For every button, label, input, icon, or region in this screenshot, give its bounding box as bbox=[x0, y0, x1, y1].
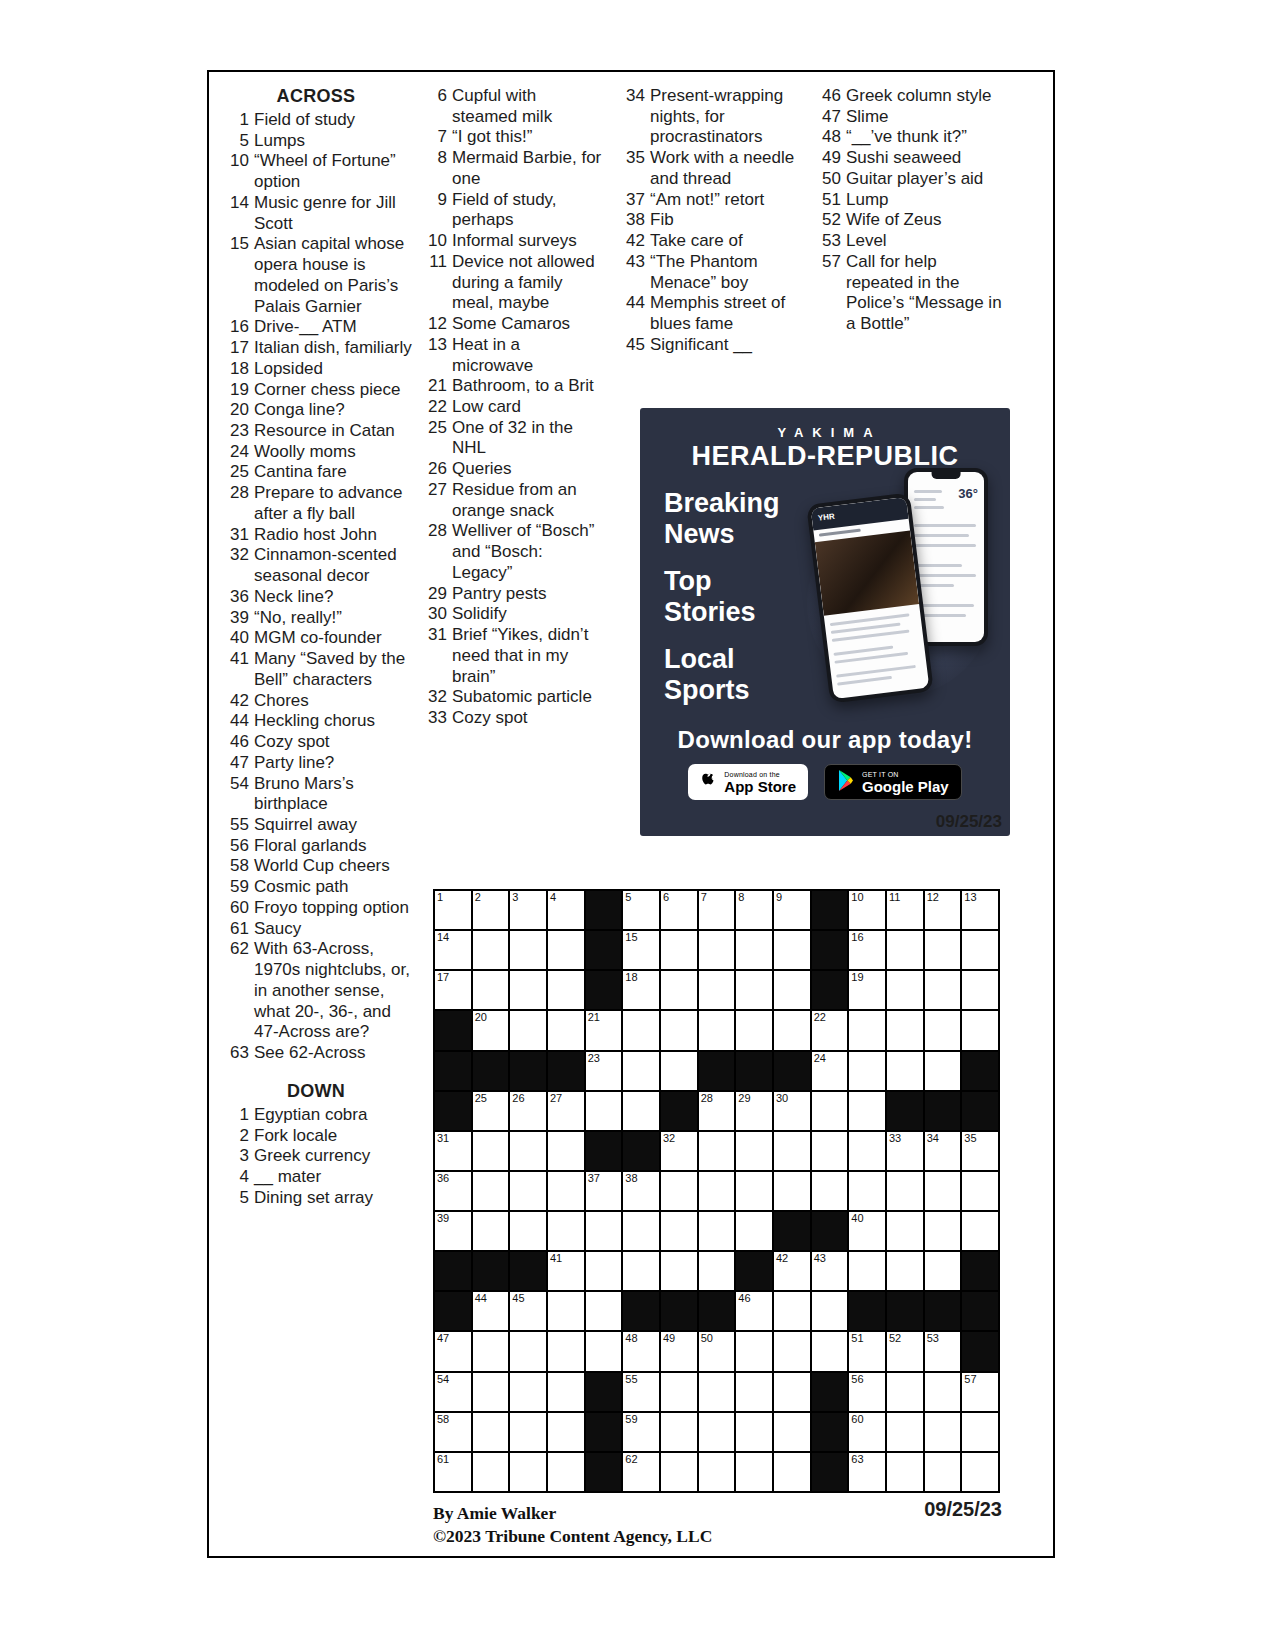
white-cell[interactable] bbox=[736, 1373, 772, 1411]
white-cell[interactable]: 40 bbox=[849, 1212, 885, 1250]
black-cell bbox=[699, 1052, 735, 1090]
white-cell[interactable] bbox=[548, 971, 584, 1009]
white-cell[interactable]: 19 bbox=[849, 971, 885, 1009]
white-cell[interactable] bbox=[736, 1212, 772, 1250]
clue-number: 29 bbox=[419, 584, 452, 605]
cell-number: 29 bbox=[738, 1092, 750, 1105]
black-cell bbox=[699, 1292, 735, 1330]
clue: 1Egyptian cobra bbox=[221, 1105, 417, 1126]
clue-text: Slime bbox=[846, 107, 1005, 128]
white-cell[interactable] bbox=[548, 1332, 584, 1370]
white-cell[interactable] bbox=[774, 1453, 810, 1491]
clue-number: 60 bbox=[221, 898, 254, 919]
clue-text: Memphis street of blues fame bbox=[650, 293, 809, 334]
white-cell[interactable]: 49 bbox=[661, 1332, 697, 1370]
white-cell[interactable] bbox=[699, 1011, 735, 1049]
clue-text: Sushi seaweed bbox=[846, 148, 1005, 169]
white-cell[interactable] bbox=[962, 1212, 998, 1250]
app-store-badge[interactable]: Download on the App Store bbox=[688, 764, 808, 800]
clue: 55Squirrel away bbox=[221, 815, 417, 836]
white-cell[interactable]: 48 bbox=[623, 1332, 659, 1370]
news-photo bbox=[815, 531, 919, 616]
cell-number: 49 bbox=[663, 1332, 675, 1345]
clue: 32Subatomic particle bbox=[419, 687, 605, 708]
white-cell[interactable] bbox=[774, 1413, 810, 1451]
white-cell[interactable] bbox=[623, 1252, 659, 1290]
clue: 50Guitar player’s aid bbox=[813, 169, 1005, 190]
clue: 45Significant __ bbox=[617, 335, 809, 356]
white-cell[interactable] bbox=[925, 1052, 961, 1090]
cell-number: 22 bbox=[814, 1011, 826, 1024]
clue-number: 47 bbox=[221, 753, 254, 774]
white-cell[interactable] bbox=[548, 1373, 584, 1411]
white-cell[interactable] bbox=[925, 1172, 961, 1210]
white-cell[interactable] bbox=[812, 1132, 848, 1170]
ad-feature-top-stories: Top Stories bbox=[664, 566, 794, 627]
white-cell[interactable] bbox=[736, 931, 772, 969]
clue-number: 19 bbox=[221, 380, 254, 401]
clue: 2Fork locale bbox=[221, 1126, 417, 1147]
white-cell[interactable]: 4 bbox=[548, 891, 584, 929]
white-cell[interactable] bbox=[473, 931, 509, 969]
white-cell[interactable] bbox=[887, 931, 923, 969]
app-advertisement: YAKIMA HERALD-REPUBLIC Breaking News Top… bbox=[640, 408, 1010, 836]
clue-text: Party line? bbox=[254, 753, 417, 774]
clue: 33Cozy spot bbox=[419, 708, 605, 729]
white-cell[interactable] bbox=[925, 1453, 961, 1491]
white-cell[interactable] bbox=[661, 931, 697, 969]
cell-number: 38 bbox=[625, 1172, 637, 1185]
white-cell[interactable] bbox=[586, 1292, 622, 1330]
white-cell[interactable] bbox=[510, 931, 546, 969]
white-cell[interactable]: 46 bbox=[736, 1292, 772, 1330]
white-cell[interactable]: 6 bbox=[661, 891, 697, 929]
cell-number: 2 bbox=[475, 891, 481, 904]
white-cell[interactable] bbox=[774, 971, 810, 1009]
cell-number: 15 bbox=[625, 931, 637, 944]
clue-text: Italian dish, familiarly bbox=[254, 338, 417, 359]
clue: 42Take care of bbox=[617, 231, 809, 252]
clue-number: 49 bbox=[813, 148, 846, 169]
clue-text: “I got this!” bbox=[452, 127, 605, 148]
white-cell[interactable] bbox=[812, 1172, 848, 1210]
white-cell[interactable]: 55 bbox=[623, 1373, 659, 1411]
white-cell[interactable] bbox=[699, 1413, 735, 1451]
clue-number: 61 bbox=[221, 919, 254, 940]
white-cell[interactable]: 59 bbox=[623, 1413, 659, 1451]
white-cell[interactable] bbox=[623, 1092, 659, 1130]
white-cell[interactable]: 42 bbox=[774, 1252, 810, 1290]
white-cell[interactable] bbox=[510, 1011, 546, 1049]
white-cell[interactable] bbox=[849, 1132, 885, 1170]
white-cell[interactable] bbox=[736, 1011, 772, 1049]
white-cell[interactable] bbox=[699, 971, 735, 1009]
clue-text: Some Camaros bbox=[452, 314, 605, 335]
white-cell[interactable] bbox=[699, 1172, 735, 1210]
clue-text: Saucy bbox=[254, 919, 417, 940]
white-cell[interactable] bbox=[699, 1373, 735, 1411]
black-cell bbox=[586, 931, 622, 969]
white-cell[interactable]: 8 bbox=[736, 891, 772, 929]
white-cell[interactable] bbox=[925, 1011, 961, 1049]
white-cell[interactable]: 53 bbox=[925, 1332, 961, 1370]
clue-number: 46 bbox=[813, 86, 846, 107]
white-cell[interactable]: 14 bbox=[435, 931, 471, 969]
cell-number: 31 bbox=[437, 1132, 449, 1145]
white-cell[interactable] bbox=[887, 971, 923, 1009]
clue-number: 33 bbox=[419, 708, 452, 729]
white-cell[interactable]: 31 bbox=[435, 1132, 471, 1170]
clue-text: See 62-Across bbox=[254, 1043, 417, 1064]
clue-number: 50 bbox=[813, 169, 846, 190]
white-cell[interactable] bbox=[548, 1172, 584, 1210]
clue-text: Heckling chorus bbox=[254, 711, 417, 732]
google-play-logo-icon bbox=[837, 770, 855, 795]
clue-text: Dining set array bbox=[254, 1188, 417, 1209]
white-cell[interactable] bbox=[887, 1172, 923, 1210]
white-cell[interactable] bbox=[510, 1212, 546, 1250]
black-cell bbox=[962, 1252, 998, 1290]
white-cell[interactable] bbox=[623, 1212, 659, 1250]
cell-number: 56 bbox=[851, 1373, 863, 1386]
white-cell[interactable]: 60 bbox=[849, 1413, 885, 1451]
white-cell[interactable] bbox=[925, 1252, 961, 1290]
white-cell[interactable]: 9 bbox=[774, 891, 810, 929]
white-cell[interactable]: 56 bbox=[849, 1373, 885, 1411]
puzzle-date-top: 09/25/23 bbox=[936, 812, 1002, 832]
white-cell[interactable] bbox=[510, 1132, 546, 1170]
white-cell[interactable]: 5 bbox=[623, 891, 659, 929]
white-cell[interactable] bbox=[510, 1172, 546, 1210]
white-cell[interactable]: 23 bbox=[586, 1052, 622, 1090]
white-cell[interactable] bbox=[510, 971, 546, 1009]
white-cell[interactable] bbox=[962, 1413, 998, 1451]
white-cell[interactable]: 37 bbox=[586, 1172, 622, 1210]
white-cell[interactable] bbox=[699, 1212, 735, 1250]
white-cell[interactable] bbox=[925, 1373, 961, 1411]
white-cell[interactable] bbox=[849, 1172, 885, 1210]
google-play-badge[interactable]: GET IT ON Google Play bbox=[824, 764, 962, 800]
white-cell[interactable]: 51 bbox=[849, 1332, 885, 1370]
white-cell[interactable] bbox=[774, 1132, 810, 1170]
cell-number: 53 bbox=[927, 1332, 939, 1345]
white-cell[interactable]: 62 bbox=[623, 1453, 659, 1491]
white-cell[interactable] bbox=[661, 1212, 697, 1250]
white-cell[interactable]: 47 bbox=[435, 1332, 471, 1370]
white-cell[interactable] bbox=[586, 1332, 622, 1370]
white-cell[interactable] bbox=[548, 1212, 584, 1250]
white-cell[interactable]: 52 bbox=[887, 1332, 923, 1370]
white-cell[interactable] bbox=[962, 1453, 998, 1491]
clue: 5Dining set array bbox=[221, 1188, 417, 1209]
white-cell[interactable] bbox=[774, 931, 810, 969]
white-cell[interactable]: 35 bbox=[962, 1132, 998, 1170]
white-cell[interactable]: 13 bbox=[962, 891, 998, 929]
black-cell bbox=[510, 1052, 546, 1090]
white-cell[interactable] bbox=[812, 1292, 848, 1330]
cell-number: 43 bbox=[814, 1252, 826, 1265]
clue: 58World Cup cheers bbox=[221, 856, 417, 877]
white-cell[interactable] bbox=[812, 1092, 848, 1130]
white-cell[interactable]: 17 bbox=[435, 971, 471, 1009]
white-cell[interactable] bbox=[812, 1332, 848, 1370]
black-cell bbox=[925, 1292, 961, 1330]
white-cell[interactable] bbox=[887, 1413, 923, 1451]
white-cell[interactable]: 58 bbox=[435, 1413, 471, 1451]
cell-number: 32 bbox=[663, 1132, 675, 1145]
white-cell[interactable] bbox=[548, 931, 584, 969]
clue-text: Asian capital whose opera house is model… bbox=[254, 234, 417, 317]
white-cell[interactable]: 32 bbox=[661, 1132, 697, 1170]
clue-text: MGM co-founder bbox=[254, 628, 417, 649]
white-cell[interactable] bbox=[774, 1172, 810, 1210]
black-cell bbox=[812, 891, 848, 929]
white-cell[interactable] bbox=[699, 931, 735, 969]
white-cell[interactable] bbox=[736, 971, 772, 1009]
white-cell[interactable]: 45 bbox=[510, 1292, 546, 1330]
clue: 7“I got this!” bbox=[419, 127, 605, 148]
clue-text: Level bbox=[846, 231, 1005, 252]
white-cell[interactable] bbox=[699, 1453, 735, 1491]
clue-number: 1 bbox=[221, 110, 254, 131]
white-cell[interactable] bbox=[925, 1413, 961, 1451]
clue: 15Asian capital whose opera house is mod… bbox=[221, 234, 417, 317]
white-cell[interactable]: 1 bbox=[435, 891, 471, 929]
white-cell[interactable] bbox=[548, 1413, 584, 1451]
black-cell bbox=[962, 1092, 998, 1130]
white-cell[interactable] bbox=[774, 1332, 810, 1370]
weather-temp: 36° bbox=[958, 486, 978, 501]
white-cell[interactable]: 57 bbox=[962, 1373, 998, 1411]
clue-text: Egyptian cobra bbox=[254, 1105, 417, 1126]
white-cell[interactable] bbox=[586, 1252, 622, 1290]
white-cell[interactable] bbox=[510, 1453, 546, 1491]
cell-number: 20 bbox=[475, 1011, 487, 1024]
white-cell[interactable] bbox=[736, 1453, 772, 1491]
white-cell[interactable]: 25 bbox=[473, 1092, 509, 1130]
white-cell[interactable] bbox=[962, 971, 998, 1009]
white-cell[interactable] bbox=[661, 1413, 697, 1451]
clue-number: 54 bbox=[221, 774, 254, 795]
clue-number: 52 bbox=[813, 210, 846, 231]
white-cell[interactable] bbox=[849, 1092, 885, 1130]
white-cell[interactable]: 24 bbox=[812, 1052, 848, 1090]
white-cell[interactable]: 22 bbox=[812, 1011, 848, 1049]
cell-number: 52 bbox=[889, 1332, 901, 1345]
white-cell[interactable] bbox=[661, 1052, 697, 1090]
white-cell[interactable] bbox=[548, 1011, 584, 1049]
white-cell[interactable] bbox=[699, 1252, 735, 1290]
clue-number: 10 bbox=[221, 151, 254, 172]
white-cell[interactable]: 12 bbox=[925, 891, 961, 929]
white-cell[interactable] bbox=[473, 1373, 509, 1411]
black-cell bbox=[586, 1413, 622, 1451]
white-cell[interactable] bbox=[962, 1011, 998, 1049]
clue: 32Cinnamon-scented seasonal decor bbox=[221, 545, 417, 586]
cell-number: 45 bbox=[512, 1292, 524, 1305]
white-cell[interactable] bbox=[925, 931, 961, 969]
white-cell[interactable]: 36 bbox=[435, 1172, 471, 1210]
clue-text: Music genre for Jill Scott bbox=[254, 193, 417, 234]
cell-number: 44 bbox=[475, 1292, 487, 1305]
white-cell[interactable]: 27 bbox=[548, 1092, 584, 1130]
ad-feature-local-sports: Local Sports bbox=[664, 644, 794, 705]
white-cell[interactable] bbox=[623, 1011, 659, 1049]
clue: 10Informal surveys bbox=[419, 231, 605, 252]
white-cell[interactable] bbox=[473, 971, 509, 1009]
black-cell bbox=[812, 1373, 848, 1411]
clue-text: Fork locale bbox=[254, 1126, 417, 1147]
white-cell[interactable]: 63 bbox=[849, 1453, 885, 1491]
white-cell[interactable]: 16 bbox=[849, 931, 885, 969]
clue-number: 11 bbox=[419, 252, 452, 273]
white-cell[interactable] bbox=[473, 1212, 509, 1250]
white-cell[interactable] bbox=[661, 1453, 697, 1491]
clue-text: Brief “Yikes, didn’t need that in my bra… bbox=[452, 625, 605, 687]
white-cell[interactable] bbox=[699, 1132, 735, 1170]
white-cell[interactable]: 21 bbox=[586, 1011, 622, 1049]
white-cell[interactable] bbox=[661, 1373, 697, 1411]
clue-number: 14 bbox=[221, 193, 254, 214]
white-cell[interactable] bbox=[962, 1172, 998, 1210]
clue: 42Chores bbox=[221, 691, 417, 712]
white-cell[interactable]: 33 bbox=[887, 1132, 923, 1170]
cell-number: 18 bbox=[625, 971, 637, 984]
white-cell[interactable]: 50 bbox=[699, 1332, 735, 1370]
white-cell[interactable]: 15 bbox=[623, 931, 659, 969]
white-cell[interactable] bbox=[774, 1292, 810, 1330]
white-cell[interactable] bbox=[661, 1252, 697, 1290]
clue-text: “Wheel of Fortune” option bbox=[254, 151, 417, 192]
white-cell[interactable] bbox=[473, 1413, 509, 1451]
white-cell[interactable]: 61 bbox=[435, 1453, 471, 1491]
clue-number: 51 bbox=[813, 190, 846, 211]
white-cell[interactable] bbox=[548, 1453, 584, 1491]
white-cell[interactable] bbox=[661, 1172, 697, 1210]
white-cell[interactable]: 39 bbox=[435, 1212, 471, 1250]
white-cell[interactable]: 38 bbox=[623, 1172, 659, 1210]
black-cell bbox=[586, 1132, 622, 1170]
white-cell[interactable]: 26 bbox=[510, 1092, 546, 1130]
clue-number: 12 bbox=[419, 314, 452, 335]
white-cell[interactable] bbox=[887, 1373, 923, 1411]
clue-column-3: 34Present-wrapping nights, for procrasti… bbox=[617, 86, 809, 356]
white-cell[interactable] bbox=[736, 1413, 772, 1451]
clue-text: “__’ve thunk it?” bbox=[846, 127, 1005, 148]
white-cell[interactable] bbox=[736, 1132, 772, 1170]
white-cell[interactable] bbox=[623, 1052, 659, 1090]
clue-number: 6 bbox=[419, 86, 452, 107]
white-cell[interactable] bbox=[774, 1011, 810, 1049]
white-cell[interactable]: 10 bbox=[849, 891, 885, 929]
clue-number: 7 bbox=[419, 127, 452, 148]
clue-number: 32 bbox=[221, 545, 254, 566]
clue-text: Subatomic particle bbox=[452, 687, 605, 708]
white-cell[interactable]: 20 bbox=[473, 1011, 509, 1049]
cell-number: 47 bbox=[437, 1332, 449, 1345]
white-cell[interactable] bbox=[849, 1011, 885, 1049]
white-cell[interactable] bbox=[510, 1413, 546, 1451]
white-cell[interactable]: 44 bbox=[473, 1292, 509, 1330]
clue: 35Work with a needle and thread bbox=[617, 148, 809, 189]
black-cell bbox=[887, 1092, 923, 1130]
white-cell[interactable] bbox=[473, 1453, 509, 1491]
clue-column-1: ACROSS1Field of study5Lumps10“Wheel of F… bbox=[221, 86, 417, 1208]
white-cell[interactable]: 18 bbox=[623, 971, 659, 1009]
white-cell[interactable] bbox=[887, 1052, 923, 1090]
clue-number: 9 bbox=[419, 190, 452, 211]
white-cell[interactable] bbox=[887, 1252, 923, 1290]
black-cell bbox=[586, 1453, 622, 1491]
white-cell[interactable] bbox=[510, 1332, 546, 1370]
cell-number: 41 bbox=[550, 1252, 562, 1265]
white-cell[interactable]: 2 bbox=[473, 891, 509, 929]
white-cell[interactable] bbox=[548, 1292, 584, 1330]
white-cell[interactable] bbox=[887, 1453, 923, 1491]
clue-text: Residue from an orange snack bbox=[452, 480, 605, 521]
cell-number: 26 bbox=[512, 1092, 524, 1105]
white-cell[interactable] bbox=[774, 1373, 810, 1411]
white-cell[interactable]: 28 bbox=[699, 1092, 735, 1130]
white-cell[interactable] bbox=[736, 1172, 772, 1210]
white-cell[interactable] bbox=[586, 1212, 622, 1250]
clue-text: Cozy spot bbox=[452, 708, 605, 729]
white-cell[interactable] bbox=[510, 1373, 546, 1411]
white-cell[interactable] bbox=[661, 1011, 697, 1049]
white-cell[interactable] bbox=[925, 1212, 961, 1250]
google-play-badge-big-text: Google Play bbox=[862, 779, 949, 794]
white-cell[interactable]: 41 bbox=[548, 1252, 584, 1290]
white-cell[interactable] bbox=[887, 1212, 923, 1250]
clue: 9Field of study, perhaps bbox=[419, 190, 605, 231]
clue-number: 36 bbox=[221, 587, 254, 608]
clue-text: Greek column style bbox=[846, 86, 1005, 107]
white-cell[interactable] bbox=[736, 1332, 772, 1370]
phone-mockups: 36° YHR bbox=[792, 456, 1002, 716]
white-cell[interactable] bbox=[473, 1332, 509, 1370]
white-cell[interactable]: 30 bbox=[774, 1092, 810, 1130]
white-cell[interactable]: 29 bbox=[736, 1092, 772, 1130]
clue: 38Fib bbox=[617, 210, 809, 231]
black-cell bbox=[812, 1212, 848, 1250]
clue: 23Resource in Catan bbox=[221, 421, 417, 442]
clue-number: 3 bbox=[221, 1146, 254, 1167]
cell-number: 4 bbox=[550, 891, 556, 904]
white-cell[interactable] bbox=[661, 971, 697, 1009]
white-cell[interactable] bbox=[849, 1052, 885, 1090]
white-cell[interactable]: 54 bbox=[435, 1373, 471, 1411]
black-cell bbox=[812, 1413, 848, 1451]
white-cell[interactable]: 3 bbox=[510, 891, 546, 929]
white-cell[interactable]: 11 bbox=[887, 891, 923, 929]
white-cell[interactable]: 34 bbox=[925, 1132, 961, 1170]
clue: 17Italian dish, familiarly bbox=[221, 338, 417, 359]
white-cell[interactable]: 43 bbox=[812, 1252, 848, 1290]
clue: 26Queries bbox=[419, 459, 605, 480]
cell-number: 48 bbox=[625, 1332, 637, 1345]
clue-text: Many “Saved by the Bell” characters bbox=[254, 649, 417, 690]
white-cell[interactable] bbox=[586, 1092, 622, 1130]
white-cell[interactable] bbox=[925, 971, 961, 1009]
white-cell[interactable]: 7 bbox=[699, 891, 735, 929]
white-cell[interactable] bbox=[962, 931, 998, 969]
cell-number: 51 bbox=[851, 1332, 863, 1345]
white-cell[interactable] bbox=[548, 1132, 584, 1170]
white-cell[interactable] bbox=[849, 1252, 885, 1290]
white-cell[interactable] bbox=[887, 1011, 923, 1049]
white-cell[interactable] bbox=[473, 1172, 509, 1210]
white-cell[interactable] bbox=[473, 1132, 509, 1170]
